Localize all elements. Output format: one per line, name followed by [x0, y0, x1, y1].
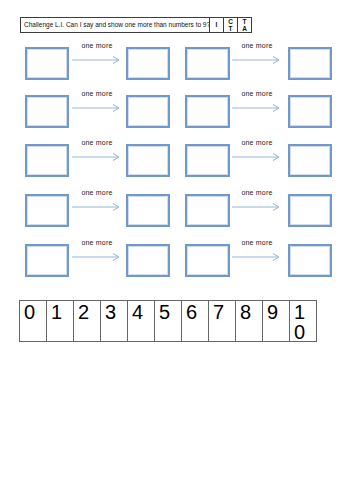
number-line-cell: 1: [46, 300, 74, 342]
arrow-label: one more: [231, 139, 283, 146]
answer-box[interactable]: [288, 244, 332, 277]
number-line-cell: 7: [208, 300, 236, 342]
answer-box[interactable]: [288, 47, 332, 80]
number-line-cell: 10: [289, 300, 317, 342]
number-line-cell: 4: [127, 300, 155, 342]
answer-box[interactable]: [126, 47, 170, 80]
number-line-cell: 3: [100, 300, 128, 342]
arrow-label: one more: [231, 239, 283, 246]
one-more-arrow: [71, 251, 123, 262]
worksheet-page: Challenge L.I. Can I say and show one mo…: [0, 0, 353, 500]
number-line: 012345678910: [19, 300, 317, 342]
answer-box[interactable]: [126, 144, 170, 177]
one-more-arrow: [231, 151, 283, 162]
one-more-arrow: [71, 54, 123, 65]
worksheet-rows: one moreone moreone moreone moreone more…: [0, 0, 353, 300]
arrow-label: one more: [71, 189, 123, 196]
answer-box[interactable]: [185, 194, 230, 227]
one-more-arrow: [71, 201, 123, 212]
answer-box[interactable]: [25, 95, 69, 128]
number-line-cell: 5: [154, 300, 182, 342]
arrow-label: one more: [231, 90, 283, 97]
answer-box[interactable]: [288, 144, 332, 177]
one-more-arrow: [231, 54, 283, 65]
one-more-arrow: [231, 102, 283, 113]
answer-box[interactable]: [126, 194, 170, 227]
answer-box[interactable]: [288, 194, 332, 227]
answer-box[interactable]: [25, 144, 69, 177]
number-line-cell: 2: [73, 300, 101, 342]
one-more-arrow: [231, 201, 283, 212]
arrow-label: one more: [71, 42, 123, 49]
arrow-label: one more: [231, 189, 283, 196]
one-more-arrow: [71, 102, 123, 113]
arrow-label: one more: [71, 90, 123, 97]
answer-box[interactable]: [185, 95, 230, 128]
answer-box[interactable]: [25, 194, 69, 227]
arrow-label: one more: [71, 139, 123, 146]
answer-box[interactable]: [25, 47, 69, 80]
answer-box[interactable]: [185, 144, 230, 177]
answer-box[interactable]: [25, 244, 69, 277]
number-line-cell: 6: [181, 300, 209, 342]
number-line-cell: 8: [235, 300, 263, 342]
worksheet-row: one moreone more: [0, 194, 353, 228]
number-line-cell: 0: [19, 300, 47, 342]
answer-box[interactable]: [288, 95, 332, 128]
answer-box[interactable]: [185, 244, 230, 277]
answer-box[interactable]: [126, 244, 170, 277]
arrow-label: one more: [71, 239, 123, 246]
number-line-cell: 9: [262, 300, 290, 342]
arrow-label: one more: [231, 42, 283, 49]
answer-box[interactable]: [126, 95, 170, 128]
worksheet-row: one moreone more: [0, 144, 353, 178]
worksheet-row: one moreone more: [0, 244, 353, 278]
one-more-arrow: [71, 151, 123, 162]
one-more-arrow: [231, 251, 283, 262]
worksheet-row: one moreone more: [0, 95, 353, 129]
worksheet-row: one moreone more: [0, 47, 353, 81]
answer-box[interactable]: [185, 47, 230, 80]
